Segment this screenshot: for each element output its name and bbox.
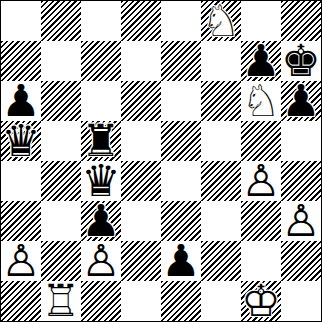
square-c1[interactable] <box>81 281 121 321</box>
square-e2[interactable]: ♟ <box>161 241 201 281</box>
square-d7[interactable] <box>121 41 161 81</box>
chess-board: ♞♘♟♚♟♞♘♟♛♜♛♟♙♟♟♙♟♙♟♙♟♜♖♚♔ <box>1 1 321 321</box>
square-f5[interactable] <box>201 121 241 161</box>
square-g1[interactable]: ♚♔ <box>241 281 281 321</box>
square-e6[interactable] <box>161 81 201 121</box>
square-f7[interactable] <box>201 41 241 81</box>
square-b6[interactable] <box>41 81 81 121</box>
square-g6[interactable]: ♞♘ <box>241 81 281 121</box>
square-d3[interactable] <box>121 201 161 241</box>
square-c7[interactable] <box>81 41 121 81</box>
square-g3[interactable] <box>241 201 281 241</box>
piece-outline-layer: ♙ <box>1 241 41 281</box>
piece-white-pawn[interactable]: ♟♙ <box>281 201 321 241</box>
square-d2[interactable] <box>121 241 161 281</box>
square-f8[interactable]: ♞♘ <box>201 1 241 41</box>
square-b8[interactable] <box>41 1 81 41</box>
square-d8[interactable] <box>121 1 161 41</box>
square-a1[interactable] <box>1 281 41 321</box>
piece-outline-layer: ♔ <box>241 281 281 321</box>
piece-outline-layer: ♖ <box>41 281 81 321</box>
square-e1[interactable] <box>161 281 201 321</box>
square-b5[interactable] <box>41 121 81 161</box>
square-h1[interactable] <box>281 281 321 321</box>
piece-white-knight[interactable]: ♞♘ <box>241 81 281 121</box>
square-a4[interactable] <box>1 161 41 201</box>
piece-white-pawn[interactable]: ♟♙ <box>81 241 121 281</box>
piece-black-pawn[interactable]: ♟ <box>281 81 321 121</box>
square-b4[interactable] <box>41 161 81 201</box>
square-c8[interactable] <box>81 1 121 41</box>
square-g4[interactable]: ♟♙ <box>241 161 281 201</box>
square-d1[interactable] <box>121 281 161 321</box>
square-h5[interactable] <box>281 121 321 161</box>
square-d4[interactable] <box>121 161 161 201</box>
square-a5[interactable]: ♛ <box>1 121 41 161</box>
piece-outline-layer: ♙ <box>281 201 321 241</box>
square-h2[interactable] <box>281 241 321 281</box>
chess-board-frame: ♞♘♟♚♟♞♘♟♛♜♛♟♙♟♟♙♟♙♟♙♟♜♖♚♔ <box>0 0 322 322</box>
piece-white-knight[interactable]: ♞♘ <box>201 1 241 41</box>
square-b3[interactable] <box>41 201 81 241</box>
square-c2[interactable]: ♟♙ <box>81 241 121 281</box>
square-e4[interactable] <box>161 161 201 201</box>
piece-white-king[interactable]: ♚♔ <box>241 281 281 321</box>
square-f2[interactable] <box>201 241 241 281</box>
square-b1[interactable]: ♜♖ <box>41 281 81 321</box>
piece-outline-layer: ♙ <box>241 161 281 201</box>
square-h3[interactable]: ♟♙ <box>281 201 321 241</box>
square-f3[interactable] <box>201 201 241 241</box>
square-a8[interactable] <box>1 1 41 41</box>
square-f6[interactable] <box>201 81 241 121</box>
piece-white-rook[interactable]: ♜♖ <box>41 281 81 321</box>
piece-white-pawn[interactable]: ♟♙ <box>241 161 281 201</box>
piece-outline-layer: ♙ <box>81 241 121 281</box>
square-d5[interactable] <box>121 121 161 161</box>
piece-solid-layer: ♛ <box>1 121 41 161</box>
piece-solid-layer: ♟ <box>281 81 321 121</box>
square-e5[interactable] <box>161 121 201 161</box>
square-b7[interactable] <box>41 41 81 81</box>
piece-white-pawn[interactable]: ♟♙ <box>1 241 41 281</box>
piece-outline-layer: ♘ <box>241 81 281 121</box>
square-e7[interactable] <box>161 41 201 81</box>
piece-black-pawn[interactable]: ♟ <box>161 241 201 281</box>
square-f4[interactable] <box>201 161 241 201</box>
square-d6[interactable] <box>121 81 161 121</box>
square-e8[interactable] <box>161 1 201 41</box>
square-a2[interactable]: ♟♙ <box>1 241 41 281</box>
piece-solid-layer: ♟ <box>161 241 201 281</box>
square-h6[interactable]: ♟ <box>281 81 321 121</box>
square-f1[interactable] <box>201 281 241 321</box>
piece-outline-layer: ♘ <box>201 1 241 41</box>
piece-black-queen[interactable]: ♛ <box>1 121 41 161</box>
